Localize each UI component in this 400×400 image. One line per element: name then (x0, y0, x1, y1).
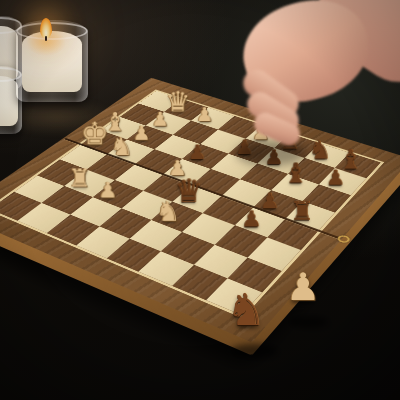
board-surface: ♛♟♟♜♞♝♟♟♟♟♝♟♟♝♚♞♟♟♜♛♟♜♟♞ (0, 78, 400, 343)
piece-white-pawn-c8[interactable]: ♟ (196, 105, 213, 124)
piece-white-knight-b5[interactable]: ♞ (111, 134, 133, 159)
piece-white-pawn-b7[interactable]: ♟ (151, 110, 168, 129)
piece-white-queen-b8[interactable]: ♛ (166, 88, 191, 116)
piece-black-pawn-d6[interactable]: ♟ (188, 143, 206, 163)
piece-shadow (288, 316, 328, 328)
piece-black-pawn-f7[interactable]: ♟ (264, 147, 282, 167)
piece-shadow (230, 344, 278, 358)
piece-black-pawn-h7[interactable]: ♟ (326, 168, 345, 189)
chess-photo-scene: ♛♟♟♜♞♝♟♟♟♟♝♟♟♝♚♞♟♟♜♛♟♜♟♞ ♞ ♟ (0, 0, 400, 400)
piece-white-rook-b3[interactable]: ♜ (68, 165, 91, 190)
piece-white-pawn-c3[interactable]: ♟ (98, 180, 117, 202)
piece-black-knight-g8[interactable]: ♞ (309, 137, 332, 162)
piece-white-pawn-offboard[interactable]: ♟ (286, 268, 320, 306)
piece-white-pawn-e8[interactable]: ♟ (252, 123, 270, 143)
piece-black-rook-h5[interactable]: ♜ (290, 198, 314, 224)
piece-black-pawn-g5[interactable]: ♟ (260, 190, 280, 212)
piece-white-knight-e3[interactable]: ♞ (155, 197, 180, 225)
piece-black-bishop-g6[interactable]: ♝ (284, 159, 308, 186)
piece-black-pawn-e7[interactable]: ♟ (235, 138, 253, 158)
piece-black-knight-offboard[interactable]: ♞ (226, 288, 265, 332)
piece-black-pawn-g4[interactable]: ♟ (241, 208, 261, 230)
piece-white-pawn-b6[interactable]: ♟ (133, 124, 151, 144)
piece-white-king-a5[interactable]: ♚ (81, 118, 109, 149)
